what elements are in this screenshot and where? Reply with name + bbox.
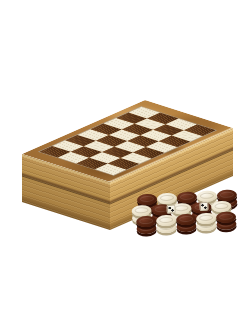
checker-stack: [176, 213, 197, 236]
product-photo: [0, 0, 240, 329]
checker-stack: [156, 214, 177, 237]
die: [166, 204, 175, 213]
checker-stack: [136, 216, 157, 239]
checker-stack: [196, 212, 217, 235]
die: [199, 202, 208, 211]
checker-stack: [216, 211, 237, 234]
checkers-tray: [129, 189, 240, 245]
